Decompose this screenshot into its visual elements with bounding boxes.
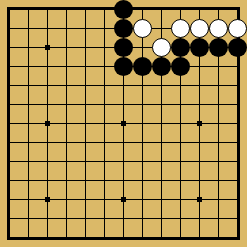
intersection-b9[interactable] xyxy=(19,76,38,95)
intersection-h8[interactable] xyxy=(133,95,152,114)
intersection-k1[interactable] xyxy=(171,228,190,247)
intersection-k9[interactable] xyxy=(171,76,190,95)
intersection-n13[interactable] xyxy=(228,0,247,19)
white-stone xyxy=(171,19,190,38)
black-stone xyxy=(190,38,209,57)
intersection-m6[interactable] xyxy=(209,133,228,152)
intersection-b6[interactable] xyxy=(19,133,38,152)
intersection-k13[interactable] xyxy=(171,0,190,19)
intersection-f10[interactable] xyxy=(95,57,114,76)
intersection-e2[interactable] xyxy=(76,209,95,228)
intersection-e5[interactable] xyxy=(76,152,95,171)
intersection-g9[interactable] xyxy=(114,76,133,95)
intersection-e6[interactable] xyxy=(76,133,95,152)
intersection-n1[interactable] xyxy=(228,228,247,247)
intersection-l11[interactable] xyxy=(190,38,209,57)
intersection-a13[interactable] xyxy=(0,0,19,19)
intersection-c12[interactable] xyxy=(38,19,57,38)
intersection-b12[interactable] xyxy=(19,19,38,38)
intersection-b11[interactable] xyxy=(19,38,38,57)
intersection-g8[interactable] xyxy=(114,95,133,114)
intersection-a8[interactable] xyxy=(0,95,19,114)
intersection-g12[interactable] xyxy=(114,19,133,38)
intersection-d7[interactable] xyxy=(57,114,76,133)
intersection-b10[interactable] xyxy=(19,57,38,76)
white-stone xyxy=(152,38,171,57)
intersection-m13[interactable] xyxy=(209,0,228,19)
intersection-h11[interactable] xyxy=(133,38,152,57)
intersection-f7[interactable] xyxy=(95,114,114,133)
intersection-l10[interactable] xyxy=(190,57,209,76)
intersection-n6[interactable] xyxy=(228,133,247,152)
intersection-c4[interactable] xyxy=(38,171,57,190)
intersection-h13[interactable] xyxy=(133,0,152,19)
intersection-m11[interactable] xyxy=(209,38,228,57)
intersection-f11[interactable] xyxy=(95,38,114,57)
intersection-n3[interactable] xyxy=(228,190,247,209)
intersection-f8[interactable] xyxy=(95,95,114,114)
intersection-j8[interactable] xyxy=(152,95,171,114)
intersection-l3[interactable] xyxy=(190,190,209,209)
black-stone xyxy=(152,57,171,76)
intersection-a12[interactable] xyxy=(0,19,19,38)
intersection-e12[interactable] xyxy=(76,19,95,38)
intersection-k2[interactable] xyxy=(171,209,190,228)
intersection-g6[interactable] xyxy=(114,133,133,152)
intersection-d5[interactable] xyxy=(57,152,76,171)
intersection-h6[interactable] xyxy=(133,133,152,152)
black-stone xyxy=(171,38,190,57)
intersection-d12[interactable] xyxy=(57,19,76,38)
intersection-f3[interactable] xyxy=(95,190,114,209)
intersection-d13[interactable] xyxy=(57,0,76,19)
white-stone xyxy=(190,19,209,38)
intersection-l7[interactable] xyxy=(190,114,209,133)
intersection-l2[interactable] xyxy=(190,209,209,228)
intersection-j12[interactable] xyxy=(152,19,171,38)
intersection-k6[interactable] xyxy=(171,133,190,152)
intersection-n4[interactable] xyxy=(228,171,247,190)
intersection-c2[interactable] xyxy=(38,209,57,228)
intersection-g4[interactable] xyxy=(114,171,133,190)
intersection-e7[interactable] xyxy=(76,114,95,133)
white-stone xyxy=(133,19,152,38)
intersection-f1[interactable] xyxy=(95,228,114,247)
intersection-h7[interactable] xyxy=(133,114,152,133)
intersection-m1[interactable] xyxy=(209,228,228,247)
intersection-m5[interactable] xyxy=(209,152,228,171)
black-stone xyxy=(114,19,133,38)
intersection-f5[interactable] xyxy=(95,152,114,171)
intersection-d9[interactable] xyxy=(57,76,76,95)
intersection-l9[interactable] xyxy=(190,76,209,95)
intersection-m8[interactable] xyxy=(209,95,228,114)
intersection-e11[interactable] xyxy=(76,38,95,57)
black-stone xyxy=(114,38,133,57)
intersection-j6[interactable] xyxy=(152,133,171,152)
intersection-c5[interactable] xyxy=(38,152,57,171)
intersection-g11[interactable] xyxy=(114,38,133,57)
intersection-e3[interactable] xyxy=(76,190,95,209)
intersection-g10[interactable] xyxy=(114,57,133,76)
intersection-j9[interactable] xyxy=(152,76,171,95)
intersection-m4[interactable] xyxy=(209,171,228,190)
intersection-k5[interactable] xyxy=(171,152,190,171)
intersection-f9[interactable] xyxy=(95,76,114,95)
intersection-g2[interactable] xyxy=(114,209,133,228)
intersection-d1[interactable] xyxy=(57,228,76,247)
go-board xyxy=(0,0,247,247)
black-stone xyxy=(114,57,133,76)
intersection-l6[interactable] xyxy=(190,133,209,152)
intersection-h3[interactable] xyxy=(133,190,152,209)
intersection-n8[interactable] xyxy=(228,95,247,114)
intersection-d2[interactable] xyxy=(57,209,76,228)
intersection-m7[interactable] xyxy=(209,114,228,133)
intersection-n11[interactable] xyxy=(228,38,247,57)
intersection-f2[interactable] xyxy=(95,209,114,228)
intersection-c7[interactable] xyxy=(38,114,57,133)
intersection-e1[interactable] xyxy=(76,228,95,247)
intersection-l4[interactable] xyxy=(190,171,209,190)
intersection-j3[interactable] xyxy=(152,190,171,209)
intersection-d10[interactable] xyxy=(57,57,76,76)
intersection-a5[interactable] xyxy=(0,152,19,171)
intersection-c10[interactable] xyxy=(38,57,57,76)
intersection-j13[interactable] xyxy=(152,0,171,19)
intersection-b5[interactable] xyxy=(19,152,38,171)
intersection-j4[interactable] xyxy=(152,171,171,190)
intersection-b2[interactable] xyxy=(19,209,38,228)
intersection-d3[interactable] xyxy=(57,190,76,209)
intersection-c3[interactable] xyxy=(38,190,57,209)
intersection-l1[interactable] xyxy=(190,228,209,247)
intersection-f12[interactable] xyxy=(95,19,114,38)
intersection-a9[interactable] xyxy=(0,76,19,95)
intersection-b4[interactable] xyxy=(19,171,38,190)
intersection-k12[interactable] xyxy=(171,19,190,38)
intersection-f6[interactable] xyxy=(95,133,114,152)
intersection-d6[interactable] xyxy=(57,133,76,152)
intersection-e10[interactable] xyxy=(76,57,95,76)
intersection-e13[interactable] xyxy=(76,0,95,19)
intersection-h9[interactable] xyxy=(133,76,152,95)
intersection-b3[interactable] xyxy=(19,190,38,209)
intersection-h1[interactable] xyxy=(133,228,152,247)
intersection-n10[interactable] xyxy=(228,57,247,76)
intersection-f4[interactable] xyxy=(95,171,114,190)
intersection-d11[interactable] xyxy=(57,38,76,57)
intersection-j5[interactable] xyxy=(152,152,171,171)
intersection-c13[interactable] xyxy=(38,0,57,19)
intersection-h12[interactable] xyxy=(133,19,152,38)
intersection-d4[interactable] xyxy=(57,171,76,190)
intersection-c1[interactable] xyxy=(38,228,57,247)
intersection-g1[interactable] xyxy=(114,228,133,247)
intersection-m3[interactable] xyxy=(209,190,228,209)
intersection-h5[interactable] xyxy=(133,152,152,171)
intersection-h2[interactable] xyxy=(133,209,152,228)
intersection-g13[interactable] xyxy=(114,0,133,19)
intersection-a2[interactable] xyxy=(0,209,19,228)
intersection-a6[interactable] xyxy=(0,133,19,152)
intersection-b1[interactable] xyxy=(19,228,38,247)
intersection-j10[interactable] xyxy=(152,57,171,76)
black-stone xyxy=(209,38,228,57)
intersection-g7[interactable] xyxy=(114,114,133,133)
intersection-j1[interactable] xyxy=(152,228,171,247)
black-stone xyxy=(228,38,247,57)
intersection-j11[interactable] xyxy=(152,38,171,57)
intersection-d8[interactable] xyxy=(57,95,76,114)
intersection-e4[interactable] xyxy=(76,171,95,190)
black-stone xyxy=(133,57,152,76)
intersection-l8[interactable] xyxy=(190,95,209,114)
intersection-n2[interactable] xyxy=(228,209,247,228)
intersection-a10[interactable] xyxy=(0,57,19,76)
intersection-m10[interactable] xyxy=(209,57,228,76)
intersection-a3[interactable] xyxy=(0,190,19,209)
intersection-c8[interactable] xyxy=(38,95,57,114)
intersection-e9[interactable] xyxy=(76,76,95,95)
black-stone xyxy=(114,0,133,19)
intersection-b8[interactable] xyxy=(19,95,38,114)
intersection-k10[interactable] xyxy=(171,57,190,76)
intersection-l12[interactable] xyxy=(190,19,209,38)
intersection-a1[interactable] xyxy=(0,228,19,247)
intersection-a4[interactable] xyxy=(0,171,19,190)
intersection-c11[interactable] xyxy=(38,38,57,57)
intersection-b13[interactable] xyxy=(19,0,38,19)
intersection-e8[interactable] xyxy=(76,95,95,114)
intersection-m12[interactable] xyxy=(209,19,228,38)
go-board-diagram xyxy=(0,0,247,247)
intersection-m9[interactable] xyxy=(209,76,228,95)
intersection-g5[interactable] xyxy=(114,152,133,171)
white-stone xyxy=(228,19,247,38)
intersection-k4[interactable] xyxy=(171,171,190,190)
intersection-k11[interactable] xyxy=(171,38,190,57)
black-stone xyxy=(171,57,190,76)
intersection-l5[interactable] xyxy=(190,152,209,171)
intersection-n5[interactable] xyxy=(228,152,247,171)
intersection-n7[interactable] xyxy=(228,114,247,133)
intersection-k7[interactable] xyxy=(171,114,190,133)
intersection-j7[interactable] xyxy=(152,114,171,133)
intersection-b7[interactable] xyxy=(19,114,38,133)
intersection-m2[interactable] xyxy=(209,209,228,228)
intersection-k8[interactable] xyxy=(171,95,190,114)
intersection-k3[interactable] xyxy=(171,190,190,209)
intersection-c9[interactable] xyxy=(38,76,57,95)
intersection-a11[interactable] xyxy=(0,38,19,57)
intersection-l13[interactable] xyxy=(190,0,209,19)
intersection-c6[interactable] xyxy=(38,133,57,152)
white-stone xyxy=(209,19,228,38)
intersection-g3[interactable] xyxy=(114,190,133,209)
intersection-n12[interactable] xyxy=(228,19,247,38)
intersection-h10[interactable] xyxy=(133,57,152,76)
intersection-h4[interactable] xyxy=(133,171,152,190)
intersection-f13[interactable] xyxy=(95,0,114,19)
intersection-n9[interactable] xyxy=(228,76,247,95)
intersection-j2[interactable] xyxy=(152,209,171,228)
intersection-a7[interactable] xyxy=(0,114,19,133)
